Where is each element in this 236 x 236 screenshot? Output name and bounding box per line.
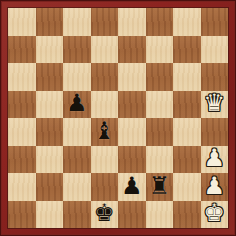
- square-h4[interactable]: [201, 118, 229, 146]
- black-pawn-c5[interactable]: ♟: [66, 91, 88, 115]
- square-h5[interactable]: ♛: [201, 91, 229, 119]
- square-g5[interactable]: [173, 91, 201, 119]
- square-d7[interactable]: [91, 36, 119, 64]
- square-g4[interactable]: [173, 118, 201, 146]
- square-e6[interactable]: [118, 63, 146, 91]
- square-b6[interactable]: [36, 63, 64, 91]
- square-a5[interactable]: [8, 91, 36, 119]
- black-bishop-d4[interactable]: ♝: [93, 119, 115, 143]
- square-e1[interactable]: [118, 201, 146, 229]
- square-a6[interactable]: [8, 63, 36, 91]
- square-d8[interactable]: [91, 8, 119, 36]
- square-a2[interactable]: [8, 173, 36, 201]
- square-g2[interactable]: [173, 173, 201, 201]
- square-c8[interactable]: [63, 8, 91, 36]
- black-king-d1[interactable]: ♚: [93, 201, 115, 225]
- white-pawn-h3[interactable]: ♟: [203, 146, 225, 170]
- square-d4[interactable]: ♝: [91, 118, 119, 146]
- square-b7[interactable]: [36, 36, 64, 64]
- square-h6[interactable]: [201, 63, 229, 91]
- square-f1[interactable]: [146, 201, 174, 229]
- square-b5[interactable]: [36, 91, 64, 119]
- square-b8[interactable]: [36, 8, 64, 36]
- square-f5[interactable]: [146, 91, 174, 119]
- square-e8[interactable]: [118, 8, 146, 36]
- square-b4[interactable]: [36, 118, 64, 146]
- square-f4[interactable]: [146, 118, 174, 146]
- square-d6[interactable]: [91, 63, 119, 91]
- white-queen-h5[interactable]: ♛: [203, 91, 225, 115]
- square-g3[interactable]: [173, 146, 201, 174]
- square-h2[interactable]: ♟: [201, 173, 229, 201]
- square-a7[interactable]: [8, 36, 36, 64]
- square-e4[interactable]: [118, 118, 146, 146]
- square-b3[interactable]: [36, 146, 64, 174]
- square-a8[interactable]: [8, 8, 36, 36]
- square-g7[interactable]: [173, 36, 201, 64]
- square-a3[interactable]: [8, 146, 36, 174]
- square-h3[interactable]: ♟: [201, 146, 229, 174]
- black-pawn-e2[interactable]: ♟: [121, 174, 143, 198]
- square-d2[interactable]: [91, 173, 119, 201]
- black-rook-f2[interactable]: ♜: [148, 174, 170, 198]
- chess-board-frame: ♟♛♝♟♟♜♟♚♚: [0, 0, 236, 236]
- square-b2[interactable]: [36, 173, 64, 201]
- square-b1[interactable]: [36, 201, 64, 229]
- white-king-h1[interactable]: ♚: [203, 201, 225, 225]
- square-c2[interactable]: [63, 173, 91, 201]
- square-g6[interactable]: [173, 63, 201, 91]
- square-e2[interactable]: ♟: [118, 173, 146, 201]
- square-g8[interactable]: [173, 8, 201, 36]
- square-c6[interactable]: [63, 63, 91, 91]
- square-f8[interactable]: [146, 8, 174, 36]
- square-g1[interactable]: [173, 201, 201, 229]
- square-c3[interactable]: [63, 146, 91, 174]
- square-c7[interactable]: [63, 36, 91, 64]
- chess-board: ♟♛♝♟♟♜♟♚♚: [8, 8, 228, 228]
- square-f2[interactable]: ♜: [146, 173, 174, 201]
- square-d1[interactable]: ♚: [91, 201, 119, 229]
- square-d5[interactable]: [91, 91, 119, 119]
- white-pawn-h2[interactable]: ♟: [203, 174, 225, 198]
- square-c1[interactable]: [63, 201, 91, 229]
- square-f3[interactable]: [146, 146, 174, 174]
- square-f7[interactable]: [146, 36, 174, 64]
- square-a4[interactable]: [8, 118, 36, 146]
- square-h7[interactable]: [201, 36, 229, 64]
- square-c4[interactable]: [63, 118, 91, 146]
- square-e7[interactable]: [118, 36, 146, 64]
- square-e3[interactable]: [118, 146, 146, 174]
- square-e5[interactable]: [118, 91, 146, 119]
- square-f6[interactable]: [146, 63, 174, 91]
- square-c5[interactable]: ♟: [63, 91, 91, 119]
- square-h1[interactable]: ♚: [201, 201, 229, 229]
- square-d3[interactable]: [91, 146, 119, 174]
- square-h8[interactable]: [201, 8, 229, 36]
- square-a1[interactable]: [8, 201, 36, 229]
